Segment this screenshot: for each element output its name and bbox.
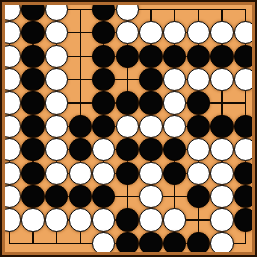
intersection[interactable] <box>21 232 45 255</box>
black-stone: ● <box>163 45 186 68</box>
intersection[interactable]: ● <box>139 45 163 68</box>
black-stone: ● <box>210 45 233 68</box>
intersection[interactable]: ● <box>21 21 45 44</box>
black-stone: ● <box>92 185 115 208</box>
intersection[interactable]: ○ <box>92 232 116 255</box>
black-stone: ● <box>92 45 115 68</box>
intersection[interactable] <box>234 91 257 114</box>
white-stone: ○ <box>139 208 162 231</box>
intersection[interactable]: ○ <box>163 208 187 231</box>
white-stone: ○ <box>139 162 162 185</box>
intersection[interactable]: ○ <box>210 138 234 161</box>
intersection[interactable]: ● <box>92 185 116 208</box>
black-stone: ● <box>116 91 139 114</box>
intersection[interactable]: ● <box>92 0 116 21</box>
white-stone: ○ <box>0 21 21 44</box>
intersection[interactable] <box>0 232 21 255</box>
white-stone: ○ <box>234 68 257 91</box>
black-stone: ● <box>210 115 233 138</box>
intersection[interactable]: ○ <box>210 208 234 231</box>
white-stone: ○ <box>0 208 21 231</box>
intersection[interactable]: ○ <box>45 91 69 114</box>
intersection[interactable]: ● <box>21 185 45 208</box>
white-stone: ○ <box>139 21 162 44</box>
intersection[interactable]: ○ <box>0 185 21 208</box>
white-stone: ○ <box>92 208 115 231</box>
black-stone: ● <box>21 115 44 138</box>
intersection[interactable] <box>234 0 257 21</box>
black-stone: ● <box>116 45 139 68</box>
white-stone: ○ <box>0 115 21 138</box>
black-stone: ● <box>187 115 210 138</box>
black-stone: ● <box>187 232 210 255</box>
white-stone: ○ <box>187 138 210 161</box>
white-stone: ○ <box>187 21 210 44</box>
intersection[interactable]: ● <box>139 232 163 255</box>
intersection[interactable]: ○ <box>92 138 116 161</box>
intersection[interactable]: ● <box>21 115 45 138</box>
white-stone: ○ <box>210 232 233 255</box>
white-stone: ○ <box>69 162 92 185</box>
black-stone: ● <box>234 162 257 185</box>
intersection[interactable]: ● <box>187 91 211 114</box>
intersection[interactable]: ● <box>116 45 140 68</box>
intersection[interactable] <box>68 0 92 21</box>
intersection[interactable]: ○ <box>187 138 211 161</box>
black-stone: ● <box>21 45 44 68</box>
intersection[interactable]: ● <box>210 115 234 138</box>
intersection[interactable]: ○ <box>0 138 21 161</box>
white-stone: ○ <box>210 185 233 208</box>
intersection[interactable]: ○ <box>163 21 187 44</box>
intersection[interactable]: ○ <box>92 162 116 185</box>
intersection[interactable]: ● <box>68 185 92 208</box>
black-stone: ● <box>187 185 210 208</box>
intersection[interactable]: ○ <box>45 208 69 231</box>
intersection[interactable]: ○ <box>187 162 211 185</box>
white-stone: ○ <box>0 185 21 208</box>
white-stone: ○ <box>163 91 186 114</box>
intersection[interactable]: ○ <box>45 0 69 21</box>
white-stone: ○ <box>21 208 44 231</box>
black-stone: ● <box>21 68 44 91</box>
intersection[interactable]: ○ <box>0 115 21 138</box>
black-stone: ● <box>139 138 162 161</box>
black-stone: ● <box>21 138 44 161</box>
intersection[interactable]: ○ <box>234 21 257 44</box>
intersection[interactable]: ● <box>116 162 140 185</box>
intersection[interactable] <box>68 68 92 91</box>
intersection[interactable]: ● <box>234 208 257 231</box>
go-board-grid: ○●○●○○●○●○○○○○○○●○●●●●●●●○●○●●○○○○○●○●●●… <box>0 0 257 255</box>
black-stone: ● <box>92 0 115 21</box>
white-stone: ○ <box>139 115 162 138</box>
intersection[interactable]: ○ <box>0 162 21 185</box>
intersection[interactable] <box>163 0 187 21</box>
intersection[interactable]: ● <box>45 185 69 208</box>
black-stone: ● <box>139 68 162 91</box>
intersection[interactable]: ● <box>234 115 257 138</box>
intersection[interactable]: ○ <box>139 162 163 185</box>
intersection[interactable]: ● <box>139 68 163 91</box>
intersection[interactable]: ● <box>21 45 45 68</box>
intersection[interactable]: ○ <box>45 68 69 91</box>
intersection[interactable]: ● <box>92 91 116 114</box>
intersection[interactable]: ○ <box>116 0 140 21</box>
intersection[interactable]: ○ <box>0 45 21 68</box>
intersection[interactable]: ● <box>187 232 211 255</box>
white-stone: ○ <box>45 162 68 185</box>
white-stone: ○ <box>45 138 68 161</box>
intersection[interactable]: ○ <box>0 0 21 21</box>
white-stone: ○ <box>92 162 115 185</box>
white-stone: ○ <box>45 115 68 138</box>
black-stone: ● <box>69 185 92 208</box>
white-stone: ○ <box>210 138 233 161</box>
black-stone: ● <box>234 208 257 231</box>
intersection[interactable]: ○ <box>45 45 69 68</box>
white-stone: ○ <box>210 21 233 44</box>
intersection[interactable]: ● <box>234 45 257 68</box>
intersection[interactable]: ● <box>163 45 187 68</box>
white-stone: ○ <box>45 91 68 114</box>
white-stone: ○ <box>210 162 233 185</box>
white-stone: ○ <box>163 115 186 138</box>
intersection[interactable]: ○ <box>21 208 45 231</box>
intersection[interactable]: ● <box>210 45 234 68</box>
intersection[interactable]: ● <box>234 185 257 208</box>
intersection[interactable]: ○ <box>0 91 21 114</box>
white-stone: ○ <box>45 21 68 44</box>
intersection[interactable]: ● <box>92 68 116 91</box>
intersection[interactable] <box>68 21 92 44</box>
intersection[interactable]: ● <box>92 115 116 138</box>
intersection[interactable]: ○ <box>68 208 92 231</box>
black-stone: ● <box>92 21 115 44</box>
intersection[interactable]: ○ <box>210 162 234 185</box>
intersection[interactable] <box>116 185 140 208</box>
black-stone: ● <box>92 91 115 114</box>
intersection[interactable] <box>139 0 163 21</box>
black-stone: ● <box>21 0 44 21</box>
intersection[interactable]: ○ <box>163 115 187 138</box>
intersection[interactable]: ● <box>187 185 211 208</box>
intersection[interactable]: ● <box>116 232 140 255</box>
black-stone: ● <box>163 138 186 161</box>
white-stone: ○ <box>116 115 139 138</box>
white-stone: ○ <box>45 208 68 231</box>
intersection[interactable] <box>210 0 234 21</box>
intersection[interactable] <box>68 232 92 255</box>
black-stone: ● <box>21 162 44 185</box>
white-stone: ○ <box>139 185 162 208</box>
black-stone: ● <box>21 185 44 208</box>
black-stone: ● <box>45 185 68 208</box>
intersection[interactable]: ○ <box>139 115 163 138</box>
intersection[interactable]: ● <box>21 162 45 185</box>
intersection[interactable]: ● <box>116 138 140 161</box>
white-stone: ○ <box>0 0 21 21</box>
intersection[interactable]: ● <box>21 91 45 114</box>
black-stone: ● <box>69 138 92 161</box>
black-stone: ● <box>92 115 115 138</box>
intersection[interactable] <box>210 91 234 114</box>
black-stone: ● <box>187 91 210 114</box>
intersection[interactable]: ○ <box>68 162 92 185</box>
intersection[interactable]: ○ <box>0 208 21 231</box>
intersection[interactable]: ○ <box>116 115 140 138</box>
black-stone: ● <box>21 91 44 114</box>
intersection[interactable]: ○ <box>45 138 69 161</box>
white-stone: ○ <box>234 138 257 161</box>
intersection[interactable]: ● <box>163 138 187 161</box>
intersection[interactable]: ○ <box>0 68 21 91</box>
intersection[interactable] <box>68 91 92 114</box>
black-stone: ● <box>234 115 257 138</box>
intersection[interactable]: ○ <box>210 185 234 208</box>
intersection[interactable]: ○ <box>163 68 187 91</box>
intersection[interactable]: ○ <box>163 91 187 114</box>
intersection[interactable]: ○ <box>139 185 163 208</box>
white-stone: ○ <box>69 208 92 231</box>
black-stone: ● <box>234 45 257 68</box>
intersection[interactable]: ● <box>116 208 140 231</box>
intersection[interactable]: ● <box>139 91 163 114</box>
intersection[interactable]: ○ <box>187 21 211 44</box>
intersection[interactable] <box>68 45 92 68</box>
intersection[interactable]: ● <box>139 138 163 161</box>
intersection[interactable]: ○ <box>45 162 69 185</box>
intersection[interactable]: ● <box>68 115 92 138</box>
intersection[interactable]: ○ <box>210 232 234 255</box>
intersection[interactable] <box>163 185 187 208</box>
intersection[interactable]: ● <box>187 45 211 68</box>
intersection[interactable]: ○ <box>210 21 234 44</box>
intersection[interactable]: ● <box>21 138 45 161</box>
intersection[interactable]: ○ <box>210 68 234 91</box>
intersection[interactable]: ○ <box>139 21 163 44</box>
black-stone: ● <box>116 232 139 255</box>
intersection[interactable] <box>187 0 211 21</box>
black-stone: ● <box>21 21 44 44</box>
intersection[interactable]: ○ <box>116 21 140 44</box>
white-stone: ○ <box>0 45 21 68</box>
intersection[interactable]: ● <box>92 45 116 68</box>
black-stone: ● <box>139 232 162 255</box>
intersection[interactable] <box>45 232 69 255</box>
white-stone: ○ <box>210 208 233 231</box>
intersection[interactable]: ○ <box>187 68 211 91</box>
white-stone: ○ <box>163 21 186 44</box>
intersection[interactable]: ● <box>234 162 257 185</box>
black-stone: ● <box>187 45 210 68</box>
white-stone: ○ <box>45 68 68 91</box>
intersection[interactable] <box>234 232 257 255</box>
intersection[interactable]: ● <box>21 0 45 21</box>
intersection[interactable] <box>187 208 211 231</box>
intersection[interactable]: ● <box>163 162 187 185</box>
white-stone: ○ <box>0 162 21 185</box>
white-stone: ○ <box>234 21 257 44</box>
intersection[interactable]: ● <box>21 68 45 91</box>
black-stone: ● <box>116 208 139 231</box>
intersection[interactable]: ○ <box>45 21 69 44</box>
black-stone: ● <box>92 68 115 91</box>
black-stone: ● <box>139 91 162 114</box>
white-stone: ○ <box>0 91 21 114</box>
intersection[interactable]: ○ <box>0 21 21 44</box>
white-stone: ○ <box>187 162 210 185</box>
white-stone: ○ <box>92 232 115 255</box>
white-stone: ○ <box>116 0 139 21</box>
white-stone: ○ <box>163 68 186 91</box>
white-stone: ○ <box>92 138 115 161</box>
white-stone: ○ <box>45 0 68 21</box>
intersection[interactable]: ● <box>163 232 187 255</box>
intersection[interactable] <box>116 68 140 91</box>
go-board: ○●○●○○●○●○○○○○○○●○●●●●●●●○●○●●○○○○○●○●●●… <box>0 0 257 257</box>
black-stone: ● <box>163 162 186 185</box>
intersection[interactable]: ○ <box>139 208 163 231</box>
black-stone: ● <box>234 185 257 208</box>
white-stone: ○ <box>187 68 210 91</box>
intersection[interactable]: ● <box>116 91 140 114</box>
intersection[interactable]: ○ <box>234 138 257 161</box>
white-stone: ○ <box>0 138 21 161</box>
black-stone: ● <box>69 115 92 138</box>
black-stone: ● <box>116 162 139 185</box>
white-stone: ○ <box>210 68 233 91</box>
intersection[interactable]: ● <box>68 138 92 161</box>
intersection[interactable]: ● <box>187 115 211 138</box>
intersection[interactable]: ● <box>92 21 116 44</box>
intersection[interactable]: ○ <box>234 68 257 91</box>
white-stone: ○ <box>45 45 68 68</box>
black-stone: ● <box>116 138 139 161</box>
intersection[interactable]: ○ <box>92 208 116 231</box>
black-stone: ● <box>139 45 162 68</box>
black-stone: ● <box>163 232 186 255</box>
white-stone: ○ <box>116 21 139 44</box>
white-stone: ○ <box>163 208 186 231</box>
intersection[interactable]: ○ <box>45 115 69 138</box>
white-stone: ○ <box>0 68 21 91</box>
